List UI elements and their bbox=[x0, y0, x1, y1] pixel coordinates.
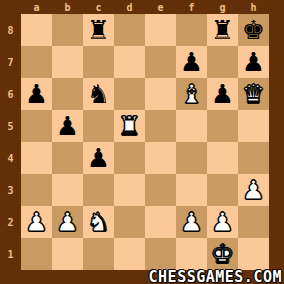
square-a8[interactable] bbox=[21, 14, 52, 46]
board-frame: abcdefgh 87654321 ♜♜♚♟♟♟♞♝♟♛♟♜♟♟♟♟♞♟♟♚ C… bbox=[0, 0, 284, 284]
file-label-g: g bbox=[207, 0, 238, 14]
square-c7[interactable] bbox=[83, 46, 114, 78]
file-label-h: h bbox=[238, 0, 269, 14]
square-g5[interactable] bbox=[207, 110, 238, 142]
square-h3[interactable]: ♟ bbox=[238, 174, 269, 206]
square-h7[interactable]: ♟ bbox=[238, 46, 269, 78]
square-f5[interactable] bbox=[176, 110, 207, 142]
square-f3[interactable] bbox=[176, 174, 207, 206]
black-pawn: ♟ bbox=[87, 142, 110, 174]
square-d3[interactable] bbox=[114, 174, 145, 206]
white-bishop: ♝ bbox=[180, 78, 203, 110]
square-e2[interactable] bbox=[145, 206, 176, 238]
black-rook: ♜ bbox=[211, 14, 234, 46]
square-e4[interactable] bbox=[145, 142, 176, 174]
white-rook: ♜ bbox=[118, 110, 141, 142]
square-c1[interactable] bbox=[83, 238, 114, 270]
square-g4[interactable] bbox=[207, 142, 238, 174]
rank-label-2: 2 bbox=[0, 206, 21, 238]
rank-label-7: 7 bbox=[0, 46, 21, 78]
square-c2[interactable]: ♞ bbox=[83, 206, 114, 238]
square-c6[interactable]: ♞ bbox=[83, 78, 114, 110]
square-b6[interactable] bbox=[52, 78, 83, 110]
square-h1[interactable] bbox=[238, 238, 269, 270]
square-h5[interactable] bbox=[238, 110, 269, 142]
square-f4[interactable] bbox=[176, 142, 207, 174]
square-d1[interactable] bbox=[114, 238, 145, 270]
white-knight: ♞ bbox=[87, 206, 110, 238]
square-d4[interactable] bbox=[114, 142, 145, 174]
square-b8[interactable] bbox=[52, 14, 83, 46]
square-h4[interactable] bbox=[238, 142, 269, 174]
square-d8[interactable] bbox=[114, 14, 145, 46]
white-pawn: ♟ bbox=[242, 174, 265, 206]
square-a4[interactable] bbox=[21, 142, 52, 174]
rank-label-4: 4 bbox=[0, 142, 21, 174]
square-a2[interactable]: ♟ bbox=[21, 206, 52, 238]
white-king: ♚ bbox=[211, 238, 234, 270]
square-g3[interactable] bbox=[207, 174, 238, 206]
black-rook: ♜ bbox=[87, 14, 110, 46]
square-c8[interactable]: ♜ bbox=[83, 14, 114, 46]
square-c3[interactable] bbox=[83, 174, 114, 206]
black-king: ♚ bbox=[242, 14, 265, 46]
square-a7[interactable] bbox=[21, 46, 52, 78]
file-label-a: a bbox=[21, 0, 52, 14]
rank-label-6: 6 bbox=[0, 78, 21, 110]
watermark-text: CHESSGAMES.COM bbox=[149, 270, 282, 284]
rank-label-3: 3 bbox=[0, 174, 21, 206]
square-d7[interactable] bbox=[114, 46, 145, 78]
square-b2[interactable]: ♟ bbox=[52, 206, 83, 238]
black-pawn: ♟ bbox=[180, 46, 203, 78]
square-g7[interactable] bbox=[207, 46, 238, 78]
square-e1[interactable] bbox=[145, 238, 176, 270]
square-b7[interactable] bbox=[52, 46, 83, 78]
square-f2[interactable]: ♟ bbox=[176, 206, 207, 238]
file-label-d: d bbox=[114, 0, 145, 14]
square-f7[interactable]: ♟ bbox=[176, 46, 207, 78]
square-b1[interactable] bbox=[52, 238, 83, 270]
square-b5[interactable]: ♟ bbox=[52, 110, 83, 142]
square-e6[interactable] bbox=[145, 78, 176, 110]
square-g1[interactable]: ♚ bbox=[207, 238, 238, 270]
board: ♜♜♚♟♟♟♞♝♟♛♟♜♟♟♟♟♞♟♟♚ bbox=[21, 14, 269, 270]
square-f1[interactable] bbox=[176, 238, 207, 270]
file-label-e: e bbox=[145, 0, 176, 14]
square-a3[interactable] bbox=[21, 174, 52, 206]
square-b3[interactable] bbox=[52, 174, 83, 206]
white-pawn: ♟ bbox=[180, 206, 203, 238]
square-f8[interactable] bbox=[176, 14, 207, 46]
square-e3[interactable] bbox=[145, 174, 176, 206]
square-h2[interactable] bbox=[238, 206, 269, 238]
square-d6[interactable] bbox=[114, 78, 145, 110]
square-d5[interactable]: ♜ bbox=[114, 110, 145, 142]
rank-label-8: 8 bbox=[0, 14, 21, 46]
square-h6[interactable]: ♛ bbox=[238, 78, 269, 110]
square-d2[interactable] bbox=[114, 206, 145, 238]
file-label-f: f bbox=[176, 0, 207, 14]
square-a6[interactable]: ♟ bbox=[21, 78, 52, 110]
square-b4[interactable] bbox=[52, 142, 83, 174]
square-a1[interactable] bbox=[21, 238, 52, 270]
black-pawn: ♟ bbox=[242, 46, 265, 78]
white-pawn: ♟ bbox=[56, 206, 79, 238]
square-c4[interactable]: ♟ bbox=[83, 142, 114, 174]
black-pawn: ♟ bbox=[211, 78, 234, 110]
rank-labels: 87654321 bbox=[0, 14, 21, 270]
rank-label-5: 5 bbox=[0, 110, 21, 142]
white-pawn: ♟ bbox=[25, 206, 48, 238]
square-g2[interactable]: ♟ bbox=[207, 206, 238, 238]
square-h8[interactable]: ♚ bbox=[238, 14, 269, 46]
black-pawn: ♟ bbox=[25, 78, 48, 110]
square-g6[interactable]: ♟ bbox=[207, 78, 238, 110]
file-label-c: c bbox=[83, 0, 114, 14]
square-e8[interactable] bbox=[145, 14, 176, 46]
square-g8[interactable]: ♜ bbox=[207, 14, 238, 46]
white-queen: ♛ bbox=[242, 78, 265, 110]
square-a5[interactable] bbox=[21, 110, 52, 142]
square-f6[interactable]: ♝ bbox=[176, 78, 207, 110]
black-knight: ♞ bbox=[87, 78, 110, 110]
white-pawn: ♟ bbox=[211, 206, 234, 238]
square-e7[interactable] bbox=[145, 46, 176, 78]
file-label-b: b bbox=[52, 0, 83, 14]
file-labels: abcdefgh bbox=[21, 0, 269, 14]
rank-label-1: 1 bbox=[0, 238, 21, 270]
square-e5[interactable] bbox=[145, 110, 176, 142]
black-pawn: ♟ bbox=[56, 110, 79, 142]
square-c5[interactable] bbox=[83, 110, 114, 142]
